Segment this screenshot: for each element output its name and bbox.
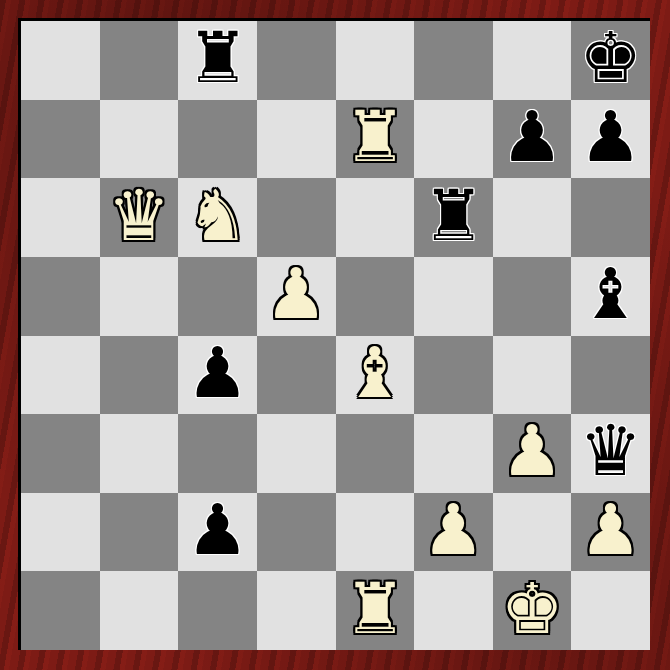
square-g7[interactable]: ♟ bbox=[493, 100, 572, 179]
square-a7[interactable] bbox=[21, 100, 100, 179]
square-f4[interactable] bbox=[414, 336, 493, 415]
square-f7[interactable] bbox=[414, 100, 493, 179]
square-d8[interactable] bbox=[257, 21, 336, 100]
square-c6[interactable]: ♞ bbox=[178, 178, 257, 257]
square-g5[interactable] bbox=[493, 257, 572, 336]
black-king-h8[interactable]: ♚ bbox=[579, 23, 642, 93]
square-f6[interactable]: ♜ bbox=[414, 178, 493, 257]
black-pawn-c4[interactable]: ♟ bbox=[186, 338, 249, 408]
square-g8[interactable] bbox=[493, 21, 572, 100]
white-bishop-e4[interactable]: ♝ bbox=[343, 338, 406, 408]
square-e7[interactable]: ♜ bbox=[336, 100, 415, 179]
square-a2[interactable] bbox=[21, 493, 100, 572]
square-a3[interactable] bbox=[21, 414, 100, 493]
square-d4[interactable] bbox=[257, 336, 336, 415]
white-knight-c6[interactable]: ♞ bbox=[186, 181, 249, 251]
square-c3[interactable] bbox=[178, 414, 257, 493]
white-pawn-d5[interactable]: ♟ bbox=[265, 259, 328, 329]
board-frame: ♜♚♜♟♟♛♞♜♟♝♟♝♟♛♟♟♟♜♚ bbox=[0, 0, 670, 670]
square-c5[interactable] bbox=[178, 257, 257, 336]
white-pawn-g3[interactable]: ♟ bbox=[501, 416, 564, 486]
black-rook-c8[interactable]: ♜ bbox=[186, 23, 249, 93]
square-f1[interactable] bbox=[414, 571, 493, 650]
black-queen-h3[interactable]: ♛ bbox=[579, 416, 642, 486]
square-h4[interactable] bbox=[571, 336, 650, 415]
square-c8[interactable]: ♜ bbox=[178, 21, 257, 100]
square-g1[interactable]: ♚ bbox=[493, 571, 572, 650]
square-b8[interactable] bbox=[100, 21, 179, 100]
square-a5[interactable] bbox=[21, 257, 100, 336]
square-e1[interactable]: ♜ bbox=[336, 571, 415, 650]
square-h6[interactable] bbox=[571, 178, 650, 257]
square-a1[interactable] bbox=[21, 571, 100, 650]
white-king-g1[interactable]: ♚ bbox=[501, 574, 564, 644]
square-c1[interactable] bbox=[178, 571, 257, 650]
square-b3[interactable] bbox=[100, 414, 179, 493]
white-rook-e7[interactable]: ♜ bbox=[343, 102, 406, 172]
square-h2[interactable]: ♟ bbox=[571, 493, 650, 572]
square-h5[interactable]: ♝ bbox=[571, 257, 650, 336]
chess-board: ♜♚♜♟♟♛♞♜♟♝♟♝♟♛♟♟♟♜♚ bbox=[18, 18, 650, 650]
square-h7[interactable]: ♟ bbox=[571, 100, 650, 179]
square-g2[interactable] bbox=[493, 493, 572, 572]
white-rook-e1[interactable]: ♜ bbox=[343, 574, 406, 644]
square-b6[interactable]: ♛ bbox=[100, 178, 179, 257]
square-e2[interactable] bbox=[336, 493, 415, 572]
square-d7[interactable] bbox=[257, 100, 336, 179]
square-a6[interactable] bbox=[21, 178, 100, 257]
square-c7[interactable] bbox=[178, 100, 257, 179]
square-g4[interactable] bbox=[493, 336, 572, 415]
black-rook-f6[interactable]: ♜ bbox=[422, 181, 485, 251]
square-h1[interactable] bbox=[571, 571, 650, 650]
square-e3[interactable] bbox=[336, 414, 415, 493]
white-queen-b6[interactable]: ♛ bbox=[108, 181, 171, 251]
square-d2[interactable] bbox=[257, 493, 336, 572]
square-f8[interactable] bbox=[414, 21, 493, 100]
square-e8[interactable] bbox=[336, 21, 415, 100]
white-pawn-f2[interactable]: ♟ bbox=[422, 495, 485, 565]
square-f5[interactable] bbox=[414, 257, 493, 336]
square-d1[interactable] bbox=[257, 571, 336, 650]
square-d5[interactable]: ♟ bbox=[257, 257, 336, 336]
square-g3[interactable]: ♟ bbox=[493, 414, 572, 493]
square-b2[interactable] bbox=[100, 493, 179, 572]
square-e6[interactable] bbox=[336, 178, 415, 257]
square-c2[interactable]: ♟ bbox=[178, 493, 257, 572]
square-b4[interactable] bbox=[100, 336, 179, 415]
square-e5[interactable] bbox=[336, 257, 415, 336]
square-h3[interactable]: ♛ bbox=[571, 414, 650, 493]
white-pawn-h2[interactable]: ♟ bbox=[579, 495, 642, 565]
black-pawn-g7[interactable]: ♟ bbox=[501, 102, 564, 172]
black-bishop-h5[interactable]: ♝ bbox=[579, 259, 642, 329]
square-c4[interactable]: ♟ bbox=[178, 336, 257, 415]
square-d6[interactable] bbox=[257, 178, 336, 257]
square-b5[interactable] bbox=[100, 257, 179, 336]
square-e4[interactable]: ♝ bbox=[336, 336, 415, 415]
black-pawn-c2[interactable]: ♟ bbox=[186, 495, 249, 565]
square-a8[interactable] bbox=[21, 21, 100, 100]
square-f3[interactable] bbox=[414, 414, 493, 493]
square-g6[interactable] bbox=[493, 178, 572, 257]
square-h8[interactable]: ♚ bbox=[571, 21, 650, 100]
square-b7[interactable] bbox=[100, 100, 179, 179]
square-d3[interactable] bbox=[257, 414, 336, 493]
black-pawn-h7[interactable]: ♟ bbox=[579, 102, 642, 172]
square-b1[interactable] bbox=[100, 571, 179, 650]
square-a4[interactable] bbox=[21, 336, 100, 415]
square-f2[interactable]: ♟ bbox=[414, 493, 493, 572]
